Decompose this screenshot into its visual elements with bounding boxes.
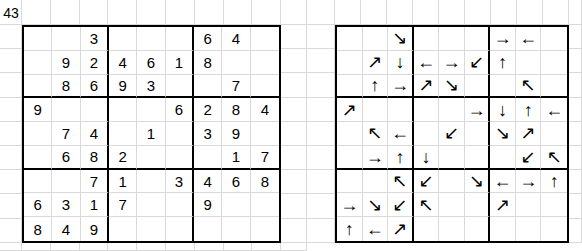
sudoku-cell-r9c5[interactable] — [137, 217, 165, 241]
sudoku-cell-r5c1[interactable] — [24, 122, 52, 146]
sudoku-cell-r2c8[interactable] — [222, 51, 250, 75]
arrow-cell-r4c1[interactable]: ↗ — [337, 98, 363, 122]
sudoku-cell-r3c1[interactable] — [24, 75, 52, 99]
sheet-cell[interactable] — [413, 0, 439, 25]
arrow-cell-r1c2[interactable] — [363, 27, 389, 51]
sudoku-cell-r5c6[interactable] — [166, 122, 194, 146]
sheet-cell[interactable] — [137, 0, 166, 25]
sheet-cell[interactable] — [252, 0, 281, 25]
sheet-cell[interactable] — [195, 243, 224, 251]
sudoku-cell-r7c7[interactable]: 4 — [194, 170, 222, 194]
sudoku-cell-r5c7[interactable]: 3 — [194, 122, 222, 146]
sheet-cell[interactable] — [281, 219, 307, 243]
sudoku-cell-r2c7[interactable]: 8 — [194, 51, 222, 75]
sudoku-cell-r6c5[interactable] — [137, 146, 165, 170]
sudoku-cell-r1c9[interactable] — [251, 27, 279, 51]
arrow-cell-r9c2[interactable]: ← — [363, 217, 389, 241]
sudoku-cell-r4c1[interactable]: 9 — [24, 98, 52, 122]
sheet-cell[interactable] — [491, 0, 517, 25]
sudoku-cell-r4c9[interactable]: 4 — [251, 98, 279, 122]
arrow-cell-r7c4[interactable]: ↙ — [414, 170, 440, 194]
arrow-cell-r6c5[interactable] — [439, 146, 465, 170]
sudoku-cell-r8c9[interactable] — [251, 193, 279, 217]
sheet-cell[interactable] — [569, 194, 582, 218]
arrow-cell-r6c4[interactable]: ↓ — [414, 146, 440, 170]
sheet-cell[interactable] — [0, 25, 22, 49]
sudoku-cell-r9c2[interactable]: 4 — [52, 217, 80, 241]
sheet-cell[interactable] — [137, 243, 166, 251]
sheet-cell[interactable] — [307, 219, 335, 243]
sudoku-cell-r8c5[interactable] — [137, 193, 165, 217]
arrow-cell-r8c4[interactable]: ↖ — [414, 193, 440, 217]
arrow-cell-r3c6[interactable] — [465, 75, 491, 99]
arrow-cell-r9c8[interactable] — [516, 217, 542, 241]
sheet-cell[interactable] — [252, 243, 281, 251]
arrow-cell-r4c2[interactable] — [363, 98, 389, 122]
sudoku-cell-r9c4[interactable] — [109, 217, 137, 241]
arrow-cell-r9c4[interactable] — [414, 217, 440, 241]
sudoku-cell-r8c3[interactable]: 1 — [81, 193, 109, 217]
arrow-cell-r5c5[interactable]: ↙ — [439, 122, 465, 146]
sheet-cell[interactable] — [387, 0, 413, 25]
arrow-cell-r6c3[interactable]: ↑ — [388, 146, 414, 170]
sudoku-cell-r7c9[interactable]: 8 — [251, 170, 279, 194]
sheet-cell[interactable] — [517, 0, 543, 25]
sudoku-cell-r7c1[interactable] — [24, 170, 52, 194]
sudoku-cell-r6c2[interactable]: 6 — [52, 146, 80, 170]
arrow-cell-r5c4[interactable] — [414, 122, 440, 146]
sheet-cell[interactable] — [0, 243, 22, 251]
sudoku-cell-r5c8[interactable]: 9 — [222, 122, 250, 146]
sudoku-cell-r1c3[interactable]: 3 — [81, 27, 109, 51]
sudoku-cell-r1c7[interactable]: 6 — [194, 27, 222, 51]
arrow-cell-r6c1[interactable] — [337, 146, 363, 170]
arrow-cell-r7c1[interactable] — [337, 170, 363, 194]
sheet-cell[interactable] — [0, 98, 22, 122]
sheet-cell[interactable] — [307, 0, 335, 25]
sudoku-cell-r5c9[interactable] — [251, 122, 279, 146]
arrow-cell-r8c2[interactable]: ↘ — [363, 193, 389, 217]
sheet-cell[interactable] — [543, 0, 569, 25]
sheet-cell[interactable] — [0, 219, 22, 243]
arrow-cell-r4c9[interactable]: ← — [541, 98, 567, 122]
sheet-cell[interactable] — [51, 0, 80, 25]
sheet-cell[interactable] — [307, 98, 335, 122]
arrow-cell-r5c3[interactable]: ← — [388, 122, 414, 146]
arrow-cell-r2c3[interactable]: ↓ — [388, 51, 414, 75]
arrow-cell-r3c7[interactable] — [490, 75, 516, 99]
arrow-cell-r1c5[interactable] — [439, 27, 465, 51]
arrow-cell-r5c9[interactable] — [541, 122, 567, 146]
sheet-cell[interactable] — [281, 170, 307, 194]
sheet-cell[interactable] — [0, 122, 22, 146]
arrow-cell-r6c8[interactable]: ↙ — [516, 146, 542, 170]
sheet-cell[interactable] — [307, 194, 335, 218]
arrow-cell-r4c5[interactable] — [439, 98, 465, 122]
sheet-cell[interactable] — [307, 73, 335, 97]
sheet-cell[interactable] — [281, 73, 307, 97]
sudoku-cell-r2c5[interactable]: 6 — [137, 51, 165, 75]
sheet-cell[interactable] — [569, 73, 582, 97]
sudoku-cell-r3c3[interactable]: 6 — [81, 75, 109, 99]
arrow-cell-r6c2[interactable]: → — [363, 146, 389, 170]
sheet-cell[interactable] — [281, 49, 307, 73]
arrow-cell-r2c4[interactable]: ← — [414, 51, 440, 75]
sheet-cell[interactable] — [166, 243, 195, 251]
sudoku-cell-r4c7[interactable]: 2 — [194, 98, 222, 122]
sudoku-cell-r8c7[interactable]: 9 — [194, 193, 222, 217]
sudoku-cell-r1c2[interactable] — [52, 27, 80, 51]
sheet-cell[interactable] — [224, 0, 253, 25]
arrow-cell-r9c3[interactable]: ↗ — [388, 217, 414, 241]
sheet-cell[interactable] — [108, 0, 137, 25]
arrow-cell-r9c1[interactable]: ↑ — [337, 217, 363, 241]
arrow-cell-r9c5[interactable] — [439, 217, 465, 241]
sheet-cell[interactable] — [281, 25, 307, 49]
sudoku-cell-r7c2[interactable] — [52, 170, 80, 194]
sudoku-cell-r1c4[interactable] — [109, 27, 137, 51]
sudoku-cell-r1c6[interactable] — [166, 27, 194, 51]
sudoku-cell-r6c3[interactable]: 8 — [81, 146, 109, 170]
sudoku-cell-r2c9[interactable] — [251, 51, 279, 75]
sheet-cell[interactable] — [0, 49, 22, 73]
arrow-cell-r8c8[interactable] — [516, 193, 542, 217]
sheet-cell[interactable] — [51, 243, 80, 251]
sudoku-cell-r2c3[interactable]: 2 — [81, 51, 109, 75]
arrow-cell-r1c6[interactable] — [465, 27, 491, 51]
sudoku-cell-r8c2[interactable]: 3 — [52, 193, 80, 217]
sheet-cell[interactable] — [569, 146, 582, 170]
arrow-cell-r8c3[interactable]: ↙ — [388, 193, 414, 217]
arrow-cell-r5c8[interactable]: ↗ — [516, 122, 542, 146]
arrow-cell-r3c1[interactable] — [337, 75, 363, 99]
arrow-cell-r1c3[interactable]: ↘ — [388, 27, 414, 51]
sheet-cell[interactable] — [195, 0, 224, 25]
arrow-cell-r8c5[interactable] — [439, 193, 465, 217]
sudoku-cell-r8c4[interactable]: 7 — [109, 193, 137, 217]
sheet-cell[interactable] — [281, 146, 307, 170]
arrow-cell-r1c4[interactable] — [414, 27, 440, 51]
sudoku-cell-r5c2[interactable]: 7 — [52, 122, 80, 146]
arrow-cell-r2c2[interactable]: ↗ — [363, 51, 389, 75]
sheet-cell[interactable] — [569, 98, 582, 122]
sheet-cell[interactable] — [0, 170, 22, 194]
sheet-cell[interactable] — [281, 243, 307, 251]
sheet-cell[interactable] — [22, 0, 51, 25]
arrow-cell-r8c7[interactable]: ↗ — [490, 193, 516, 217]
sheet-cell[interactable] — [281, 122, 307, 146]
arrow-cell-r1c7[interactable]: → — [490, 27, 516, 51]
sudoku-cell-r9c8[interactable] — [222, 217, 250, 241]
arrow-cell-r2c9[interactable] — [541, 51, 567, 75]
sudoku-cell-r2c4[interactable]: 4 — [109, 51, 137, 75]
sudoku-cell-r3c2[interactable]: 8 — [52, 75, 80, 99]
sudoku-cell-r7c8[interactable]: 6 — [222, 170, 250, 194]
sudoku-cell-r9c7[interactable] — [194, 217, 222, 241]
sheet-cell[interactable] — [307, 170, 335, 194]
sudoku-cell-r1c8[interactable]: 4 — [222, 27, 250, 51]
arrow-cell-r7c2[interactable] — [363, 170, 389, 194]
arrow-cell-r3c9[interactable] — [541, 75, 567, 99]
sudoku-cell-r6c1[interactable] — [24, 146, 52, 170]
arrow-cell-r7c6[interactable]: ↘ — [465, 170, 491, 194]
arrow-cell-r9c7[interactable] — [490, 217, 516, 241]
arrow-cell-r7c8[interactable]: → — [516, 170, 542, 194]
sudoku-cell-r2c6[interactable]: 1 — [166, 51, 194, 75]
sheet-cell[interactable] — [281, 98, 307, 122]
sheet-cell[interactable] — [22, 243, 51, 251]
arrow-cell-r2c6[interactable]: ↙ — [465, 51, 491, 75]
arrow-cell-r4c8[interactable]: ↑ — [516, 98, 542, 122]
sudoku-cell-r2c1[interactable] — [24, 51, 52, 75]
sudoku-cell-r7c5[interactable] — [137, 170, 165, 194]
arrow-cell-r3c3[interactable]: → — [388, 75, 414, 99]
sheet-cell[interactable] — [166, 0, 195, 25]
arrow-cell-r3c2[interactable]: ↑ — [363, 75, 389, 99]
puzzle-number-label: 43 — [0, 0, 22, 25]
sudoku-cell-r7c3[interactable]: 7 — [81, 170, 109, 194]
arrow-cell-r5c7[interactable]: ↘ — [490, 122, 516, 146]
sheet-cell[interactable] — [224, 243, 253, 251]
arrow-cell-r2c5[interactable]: → — [439, 51, 465, 75]
sheet-cell[interactable] — [335, 0, 361, 25]
sudoku-cell-r8c8[interactable] — [222, 193, 250, 217]
sheet-cell[interactable] — [281, 194, 307, 218]
arrow-cell-r6c7[interactable] — [490, 146, 516, 170]
sudoku-cell-r5c4[interactable] — [109, 122, 137, 146]
arrow-cell-r2c8[interactable] — [516, 51, 542, 75]
sudoku-cell-r7c6[interactable]: 3 — [166, 170, 194, 194]
arrow-cell-r4c3[interactable] — [388, 98, 414, 122]
sudoku-cell-r3c7[interactable] — [194, 75, 222, 99]
sudoku-cell-r4c4[interactable] — [109, 98, 137, 122]
arrow-cell-r3c4[interactable]: ↗ — [414, 75, 440, 99]
sheet-cell[interactable] — [0, 73, 22, 97]
sudoku-cell-r3c6[interactable] — [166, 75, 194, 99]
sudoku-cell-r3c9[interactable] — [251, 75, 279, 99]
sudoku-cell-r4c2[interactable] — [52, 98, 80, 122]
arrow-cell-r8c9[interactable] — [541, 193, 567, 217]
sheet-cell[interactable] — [307, 146, 335, 170]
arrow-cell-r5c6[interactable] — [465, 122, 491, 146]
sudoku-cell-r4c8[interactable]: 8 — [222, 98, 250, 122]
arrow-cell-r8c1[interactable]: → — [337, 193, 363, 217]
arrow-cell-r1c9[interactable] — [541, 27, 567, 51]
sudoku-cell-r5c5[interactable]: 1 — [137, 122, 165, 146]
arrow-cell-r3c8[interactable]: ↖ — [516, 75, 542, 99]
sudoku-cell-r6c7[interactable] — [194, 146, 222, 170]
sudoku-cell-r4c3[interactable] — [81, 98, 109, 122]
arrow-cell-r5c2[interactable]: ↖ — [363, 122, 389, 146]
arrow-cell-r4c6[interactable]: → — [465, 98, 491, 122]
sudoku-cell-r1c5[interactable] — [137, 27, 165, 51]
sheet-cell[interactable] — [307, 122, 335, 146]
arrow-cell-r6c9[interactable]: ↖ — [541, 146, 567, 170]
sudoku-cell-r3c5[interactable]: 3 — [137, 75, 165, 99]
sheet-cell[interactable] — [307, 25, 335, 49]
arrow-cell-r7c7[interactable]: ← — [490, 170, 516, 194]
sheet-cell[interactable] — [439, 0, 465, 25]
sheet-cell[interactable] — [569, 170, 582, 194]
sudoku-cell-r1c1[interactable] — [24, 27, 52, 51]
sudoku-cell-r6c4[interactable]: 2 — [109, 146, 137, 170]
arrow-cell-r8c6[interactable] — [465, 193, 491, 217]
sheet-cell[interactable] — [108, 243, 137, 251]
arrow-cell-r2c7[interactable]: ↑ — [490, 51, 516, 75]
arrow-cell-r7c9[interactable]: ↑ — [541, 170, 567, 194]
arrow-cell-r9c6[interactable] — [465, 217, 491, 241]
arrow-cell-r4c7[interactable]: ↓ — [490, 98, 516, 122]
sheet-cell[interactable] — [0, 194, 22, 218]
sheet-cell[interactable] — [80, 0, 109, 25]
sheet-cell[interactable] — [569, 219, 582, 243]
sudoku-cell-r6c6[interactable] — [166, 146, 194, 170]
sheet-cell[interactable] — [569, 49, 582, 73]
arrow-cell-r6c6[interactable] — [465, 146, 491, 170]
arrow-cell-r1c8[interactable]: ← — [516, 27, 542, 51]
arrow-cell-r7c3[interactable]: ↖ — [388, 170, 414, 194]
sudoku-cell-r5c3[interactable]: 4 — [81, 122, 109, 146]
sheet-cell[interactable] — [80, 243, 109, 251]
sheet-cell[interactable] — [569, 0, 582, 25]
sheet-cell[interactable] — [465, 0, 491, 25]
sudoku-cell-r9c6[interactable] — [166, 217, 194, 241]
sudoku-cell-r4c5[interactable] — [137, 98, 165, 122]
sudoku-cell-r9c9[interactable] — [251, 217, 279, 241]
sheet-cell[interactable] — [281, 0, 307, 25]
sudoku-cell-r8c1[interactable]: 6 — [24, 193, 52, 217]
sudoku-grid: 3649246188693796284741396821771346863179… — [22, 25, 281, 243]
arrow-grid: ↘→←↗↓←→↙↑↑→↗↘↖↗→↓↑←↖←↙↘↗→↑↓↙↖↖↙↘←→↑→↘↙↖↗… — [335, 25, 569, 243]
sudoku-cell-r3c8[interactable]: 7 — [222, 75, 250, 99]
sudoku-cell-r7c4[interactable]: 1 — [109, 170, 137, 194]
arrow-cell-r3c5[interactable]: ↘ — [439, 75, 465, 99]
arrow-cell-r9c9[interactable] — [541, 217, 567, 241]
sudoku-cell-r8c6[interactable] — [166, 193, 194, 217]
sheet-cell[interactable] — [361, 0, 387, 25]
sudoku-cell-r2c2[interactable]: 9 — [52, 51, 80, 75]
arrow-cell-r2c1[interactable] — [337, 51, 363, 75]
sudoku-cell-r6c9[interactable]: 7 — [251, 146, 279, 170]
arrow-cell-r5c1[interactable] — [337, 122, 363, 146]
sheet-cell[interactable] — [0, 146, 22, 170]
sheet-cell[interactable] — [569, 25, 582, 49]
sudoku-cell-r9c1[interactable]: 8 — [24, 217, 52, 241]
arrow-cell-r7c5[interactable] — [439, 170, 465, 194]
sheet-cell[interactable] — [307, 49, 335, 73]
arrow-cell-r1c1[interactable] — [337, 27, 363, 51]
sudoku-cell-r4c6[interactable]: 6 — [166, 98, 194, 122]
sheet-cell[interactable] — [569, 122, 582, 146]
sudoku-cell-r6c8[interactable]: 1 — [222, 146, 250, 170]
sudoku-cell-r9c3[interactable]: 9 — [81, 217, 109, 241]
sudoku-cell-r3c4[interactable]: 9 — [109, 75, 137, 99]
arrow-cell-r4c4[interactable] — [414, 98, 440, 122]
